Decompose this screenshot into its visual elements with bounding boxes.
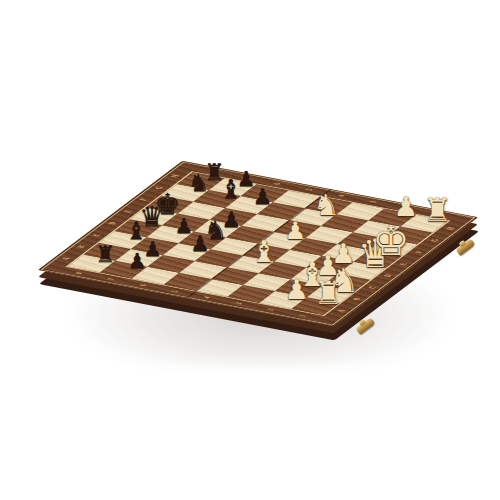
piece-white-pawn-e4[interactable]: ♟	[273, 219, 317, 243]
piece-black-pawn-b7[interactable]: ♟	[131, 239, 175, 260]
piece-white-king-e1[interactable]: ♚	[369, 221, 413, 262]
piece-white-rook-h1[interactable]: ♜	[416, 194, 460, 226]
product-scene: 87654321 87654321 ABCDEFGH ABCDEFGH ♜♝♛♚…	[0, 0, 500, 500]
piece-black-pawn-g6[interactable]: ♟	[241, 186, 285, 208]
piece-white-knight-g4[interactable]: ♞	[304, 191, 348, 220]
piece-black-pawn-e6[interactable]: ♟	[209, 209, 253, 231]
